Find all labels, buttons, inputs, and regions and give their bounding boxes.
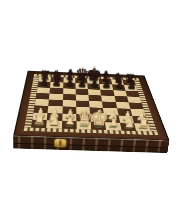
square-e5	[88, 95, 102, 102]
black-pawn: ♟	[56, 76, 82, 88]
black-rook: ♜	[32, 68, 58, 82]
square-a5	[36, 93, 50, 100]
white-rook: ♜	[24, 111, 56, 128]
square-d6	[75, 89, 88, 95]
square-f8: ♝	[99, 79, 112, 85]
square-a1: ♜	[31, 120, 47, 128]
felt-pad	[42, 79, 49, 80]
square-a7: ♟	[38, 82, 51, 88]
black-pawn: ♟	[31, 75, 57, 87]
felt-pad	[102, 82, 108, 83]
felt-pad	[78, 86, 85, 88]
square-g5	[114, 96, 128, 103]
square-c8: ♝	[63, 77, 75, 83]
square-b7: ♟	[50, 82, 63, 88]
black-pawn: ♟	[94, 78, 120, 90]
black-bishop: ♝	[57, 67, 83, 83]
black-pawn: ♟	[106, 78, 132, 90]
felt-pad	[53, 85, 60, 87]
felt-pad	[41, 85, 48, 87]
chess-board: ♜♞♝♛♚♝♞♜♟♟♟♟♟♟♟♟♟♟♟♟♟♟♟♟♜♞♝♛♚♝♞♜	[13, 71, 169, 141]
felt-pad	[54, 80, 60, 81]
felt-pad	[127, 88, 134, 90]
felt-pad	[66, 80, 72, 81]
square-h6	[125, 91, 139, 97]
brass-clasp	[54, 139, 66, 147]
square-a8: ♜	[38, 77, 51, 83]
board-tilt-wrapper: ♜♞♝♛♚♝♞♜♟♟♟♟♟♟♟♟♟♟♟♟♟♟♟♟♜♞♝♛♚♝♞♜	[9, 21, 169, 181]
square-g8: ♞	[111, 79, 124, 85]
black-bishop: ♝	[93, 69, 119, 84]
square-e6	[88, 89, 101, 95]
felt-pad	[91, 87, 98, 89]
felt-pad	[114, 82, 121, 83]
felt-pad	[90, 81, 96, 82]
board-grid: ♜♞♝♛♚♝♞♜♟♟♟♟♟♟♟♟♟♟♟♟♟♟♟♟♜♞♝♛♚♝♞♜	[31, 77, 150, 132]
black-knight: ♞	[44, 68, 70, 83]
square-d5	[76, 94, 89, 101]
box-lid-seam	[13, 143, 168, 149]
square-f7: ♟	[100, 84, 113, 90]
black-rook: ♜	[117, 72, 143, 86]
black-pawn: ♟	[81, 77, 107, 89]
product-photo: ♜♞♝♛♚♝♞♜♟♟♟♟♟♟♟♟♟♟♟♟♟♟♟♟♜♞♝♛♚♝♞♜	[0, 0, 178, 222]
square-a6	[37, 87, 51, 93]
square-c6	[63, 88, 76, 94]
inlay-border-top	[34, 74, 140, 81]
square-b6	[50, 88, 63, 94]
square-f6	[100, 90, 114, 96]
felt-pad	[103, 87, 110, 89]
square-h7: ♟	[124, 85, 138, 91]
square-h5	[127, 96, 142, 103]
black-queen: ♛	[69, 66, 95, 83]
felt-pad	[126, 83, 133, 84]
black-pawn: ♟	[118, 79, 144, 91]
square-h8: ♜	[122, 80, 135, 86]
square-c7: ♟	[63, 83, 76, 89]
felt-pad	[78, 81, 84, 82]
board-inner: ♜♞♝♛♚♝♞♜♟♟♟♟♟♟♟♟♟♟♟♟♟♟♟♟♜♞♝♛♚♝♞♜	[24, 74, 159, 135]
square-b8: ♞	[51, 77, 63, 83]
square-g7: ♟	[112, 85, 126, 91]
black-pawn: ♟	[44, 76, 70, 88]
felt-pad	[115, 88, 122, 90]
black-king: ♚	[81, 65, 107, 84]
black-knight: ♞	[105, 70, 131, 84]
square-d7: ♟	[75, 83, 88, 89]
square-e8: ♚	[87, 78, 100, 84]
square-g6	[113, 90, 127, 96]
chess-box: ♜♞♝♛♚♝♞♜♟♟♟♟♟♟♟♟♟♟♟♟♟♟♟♟♜♞♝♛♚♝♞♜	[13, 71, 169, 141]
square-f5	[101, 95, 115, 102]
square-e7: ♟	[87, 84, 100, 90]
square-d8: ♛	[75, 78, 87, 84]
black-pawn: ♟	[69, 77, 95, 89]
scene: ♜♞♝♛♚♝♞♜♟♟♟♟♟♟♟♟♟♟♟♟♟♟♟♟♜♞♝♛♚♝♞♜	[14, 26, 164, 176]
felt-pad	[66, 86, 73, 88]
